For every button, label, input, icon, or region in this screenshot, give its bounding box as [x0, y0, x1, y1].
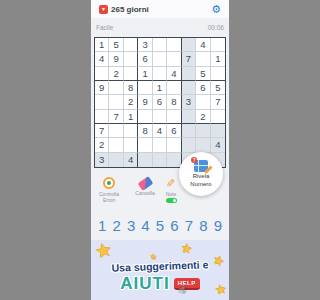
star-icon: ★ — [180, 241, 193, 255]
cell-r8c4[interactable] — [138, 138, 152, 152]
cell-r2c6[interactable] — [167, 52, 181, 66]
help-button-graphic: HELP ☝ — [174, 278, 200, 291]
numpad-6[interactable]: 6 — [170, 217, 178, 234]
numpad-5[interactable]: 5 — [156, 217, 164, 234]
notes-toggle-badge — [166, 198, 177, 203]
cell-r1c7[interactable] — [182, 38, 196, 52]
cell-r5c4[interactable]: 9 — [138, 95, 152, 109]
cell-r3c7[interactable] — [182, 67, 196, 81]
status-row: Facile 00:06 — [96, 24, 224, 31]
cell-r3c9[interactable] — [211, 67, 225, 81]
numpad-4[interactable]: 4 — [141, 217, 149, 234]
cell-r1c4[interactable]: 3 — [138, 38, 152, 52]
number-pad: 123456789 — [91, 212, 229, 238]
cell-r8c6[interactable] — [167, 138, 181, 152]
cell-r9c5[interactable] — [153, 153, 167, 167]
cell-r6c7[interactable] — [182, 110, 196, 124]
streak-label: 265 giorni — [111, 5, 149, 14]
cell-r8c5[interactable] — [153, 138, 167, 152]
cell-r2c4[interactable]: 6 — [138, 52, 152, 66]
question-badge-icon: ? — [191, 157, 197, 163]
cell-r3c4[interactable]: 1 — [138, 67, 152, 81]
cell-r5c8[interactable] — [196, 95, 210, 109]
difficulty-label: Facile — [96, 24, 113, 31]
cell-r7c5[interactable]: 4 — [153, 124, 167, 138]
cell-r1c2[interactable]: 5 — [109, 38, 123, 52]
reveal-number-hint-button[interactable]: ? RivelaNumero — [179, 152, 223, 196]
numpad-3[interactable]: 3 — [127, 217, 135, 234]
cell-r3c1[interactable] — [95, 67, 109, 81]
cell-r3c2[interactable]: 2 — [109, 67, 123, 81]
cell-r6c5[interactable] — [153, 110, 167, 124]
cell-r7c6[interactable]: 6 — [167, 124, 181, 138]
cell-r7c2[interactable] — [109, 124, 123, 138]
cell-r7c4[interactable]: 8 — [138, 124, 152, 138]
cell-r2c5[interactable] — [153, 52, 167, 66]
check-errors-button[interactable]: ControllaErrori — [93, 177, 125, 203]
cell-r4c9[interactable]: 5 — [211, 81, 225, 95]
cell-r8c3[interactable] — [124, 138, 138, 152]
check-errors-icon — [103, 177, 115, 189]
cell-r6c1[interactable] — [95, 110, 109, 124]
banner-text-line2: AIUTI HELP ☝ — [91, 274, 229, 294]
sudoku-board: 15344967121459816529683771278462434 — [94, 37, 226, 168]
cell-r4c8[interactable]: 6 — [196, 81, 210, 95]
eraser-icon — [137, 176, 153, 191]
pointing-hand-icon: ☝ — [179, 284, 186, 295]
cell-r8c8[interactable] — [196, 138, 210, 152]
cell-r4c6[interactable] — [167, 81, 181, 95]
cell-r9c2[interactable] — [109, 153, 123, 167]
cell-r8c1[interactable]: 2 — [95, 138, 109, 152]
erase-label: Cancella — [135, 190, 154, 196]
cell-r2c1[interactable]: 4 — [95, 52, 109, 66]
cell-r5c1[interactable] — [95, 95, 109, 109]
cell-r1c9[interactable] — [211, 38, 225, 52]
cell-r5c2[interactable] — [109, 95, 123, 109]
pencil-icon: ✎ — [166, 177, 175, 189]
cell-r5c6[interactable]: 8 — [167, 95, 181, 109]
numpad-2[interactable]: 2 — [112, 217, 120, 234]
top-bar: ▾ 265 giorni ⚙ — [91, 0, 229, 18]
cell-r1c8[interactable]: 4 — [196, 38, 210, 52]
help-button: HELP — [174, 278, 200, 290]
settings-gear-icon[interactable]: ⚙ — [211, 4, 221, 15]
cell-r8c7[interactable] — [182, 138, 196, 152]
cell-r4c2[interactable] — [109, 81, 123, 95]
cell-r6c8[interactable]: 2 — [196, 110, 210, 124]
cell-r3c6[interactable]: 4 — [167, 67, 181, 81]
cell-r5c3[interactable]: 2 — [124, 95, 138, 109]
streak-calendar-icon: ▾ — [99, 5, 108, 14]
promo-banner[interactable]: ★ ★ ★ ★ ★ Usa suggerimenti e AIUTI HELP … — [91, 240, 229, 300]
cell-r9c3[interactable]: 4 — [124, 153, 138, 167]
cell-r3c8[interactable]: 5 — [196, 67, 210, 81]
erase-button[interactable]: Cancella — [131, 177, 159, 196]
check-errors-label: ControllaErrori — [99, 191, 119, 203]
cell-r7c9[interactable] — [211, 124, 225, 138]
daily-streak[interactable]: ▾ 265 giorni — [99, 5, 149, 14]
cell-r1c1[interactable]: 1 — [95, 38, 109, 52]
reveal-number-icon: ? — [194, 160, 208, 172]
cell-r9c6[interactable] — [167, 153, 181, 167]
cell-r7c3[interactable] — [124, 124, 138, 138]
cell-r1c6[interactable] — [167, 38, 181, 52]
star-icon: ★ — [93, 240, 114, 262]
cell-r4c5[interactable]: 1 — [153, 81, 167, 95]
numpad-1[interactable]: 1 — [98, 217, 106, 234]
cell-r2c8[interactable] — [196, 52, 210, 66]
cell-r2c9[interactable]: 1 — [211, 52, 225, 66]
cell-r8c9[interactable]: 4 — [211, 138, 225, 152]
cell-r7c7[interactable] — [182, 124, 196, 138]
numpad-8[interactable]: 8 — [199, 217, 207, 234]
cell-r8c2[interactable] — [109, 138, 123, 152]
cell-r9c4[interactable] — [138, 153, 152, 167]
cell-r7c1[interactable]: 7 — [95, 124, 109, 138]
cell-r6c4[interactable] — [138, 110, 152, 124]
cell-r6c9[interactable] — [211, 110, 225, 124]
cell-r5c7[interactable]: 3 — [182, 95, 196, 109]
numpad-9[interactable]: 9 — [214, 217, 222, 234]
cell-r6c6[interactable] — [167, 110, 181, 124]
cell-r6c3[interactable]: 1 — [124, 110, 138, 124]
cell-r3c3[interactable] — [124, 67, 138, 81]
cell-r4c4[interactable] — [138, 81, 152, 95]
sudoku-app-screen: ▾ 265 giorni ⚙ Facile 00:06 153449671214… — [91, 0, 229, 300]
cell-r5c5[interactable]: 6 — [153, 95, 167, 109]
timer: 00:06 — [208, 24, 224, 31]
reveal-number-label: RivelaNumero — [190, 173, 211, 188]
cell-r4c1[interactable]: 9 — [95, 81, 109, 95]
banner-aiuti-text: AIUTI — [120, 274, 169, 294]
cell-r1c3[interactable] — [124, 38, 138, 52]
notes-label: Note — [166, 191, 177, 197]
cell-r2c2[interactable]: 9 — [109, 52, 123, 66]
cell-r2c7[interactable]: 7 — [182, 52, 196, 66]
cell-r4c3[interactable]: 8 — [124, 81, 138, 95]
cell-r5c9[interactable]: 7 — [211, 95, 225, 109]
cell-r4c7[interactable] — [182, 81, 196, 95]
cell-r1c5[interactable] — [153, 38, 167, 52]
numpad-7[interactable]: 7 — [185, 217, 193, 234]
cell-r2c3[interactable] — [124, 52, 138, 66]
cell-r6c2[interactable]: 7 — [109, 110, 123, 124]
cell-r3c5[interactable] — [153, 67, 167, 81]
cell-r9c1[interactable]: 3 — [95, 153, 109, 167]
banner-text-line1: Usa suggerimenti e — [91, 258, 229, 275]
cell-r7c8[interactable] — [196, 124, 210, 138]
